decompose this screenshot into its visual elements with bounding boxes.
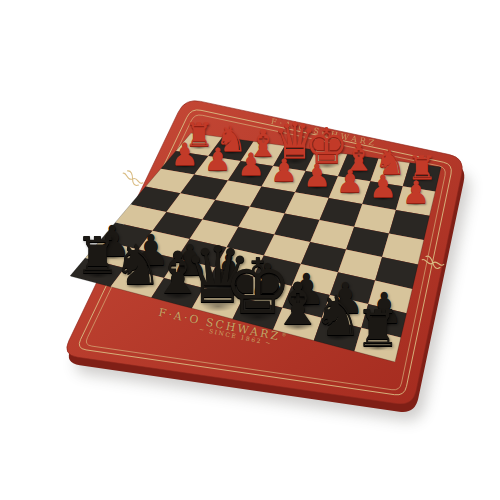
- product-photo: F·A·O SCHWARZ® ~ SINCE 1862 ~ F·A·O SCHW…: [0, 0, 500, 500]
- chess-piece-red-pawn: ♟: [270, 155, 298, 186]
- chess-piece-red-pawn: ♟: [336, 166, 364, 197]
- chess-piece-red-pawn: ♟: [369, 172, 397, 203]
- chess-piece-red-pawn: ♟: [171, 139, 199, 170]
- chess-piece-black-rook: ♜: [355, 303, 401, 354]
- chess-piece-red-pawn: ♟: [237, 150, 265, 181]
- chess-piece-red-pawn: ♟: [204, 144, 232, 175]
- chess-piece-red-pawn: ♟: [303, 161, 331, 192]
- pieces-layer: ♜♞♝♛♚♝♞♜♟♟♟♟♟♟♟♟♟♟♟♟♟♟♟♟♜♞♝♛♚♝♞♜: [0, 0, 500, 500]
- chess-piece-red-pawn: ♟: [402, 177, 430, 208]
